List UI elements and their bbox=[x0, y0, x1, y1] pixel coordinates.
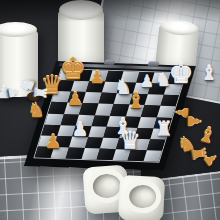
silver-rook[interactable]: ♜ bbox=[155, 119, 173, 139]
gold-pawn[interactable]: ♟ bbox=[44, 132, 61, 151]
gold-pawn[interactable]: ♟ bbox=[67, 90, 83, 108]
silver-knight[interactable]: ♞ bbox=[155, 71, 171, 89]
gold-pawn[interactable]: ♟ bbox=[89, 69, 104, 86]
board-square bbox=[143, 150, 162, 162]
silver-king[interactable]: ♚ bbox=[168, 60, 193, 88]
cup-mold-hole bbox=[123, 179, 162, 214]
silver-pawn[interactable]: ♟ bbox=[71, 120, 88, 139]
cup-mold-right bbox=[118, 175, 165, 220]
product-photo-chess-set: ♚♟♚♞♟♞♛♟♝♞♝♟♜♟♛♟♟♞♜♝♟♟♝♞♜♟ bbox=[0, 0, 220, 220]
board-hinge-knob bbox=[103, 60, 116, 65]
cylinder-mold-top-cap bbox=[0, 22, 37, 37]
cylinder-mold-top-cap bbox=[59, 0, 103, 20]
gold-bishop[interactable]: ♝ bbox=[126, 90, 146, 112]
silver-bishop[interactable]: ♝ bbox=[200, 63, 218, 83]
silver-rook[interactable]: ♜ bbox=[30, 85, 47, 101]
gold-knight[interactable]: ♞ bbox=[27, 100, 45, 120]
board-square bbox=[146, 139, 165, 151]
silver-queen[interactable]: ♛ bbox=[119, 129, 141, 153]
